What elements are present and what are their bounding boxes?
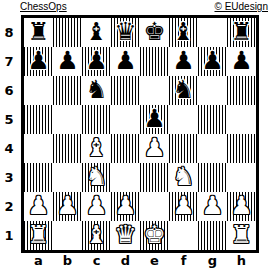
rank-labels: 87654321 — [0, 18, 20, 250]
black-pawn[interactable]: ♟ — [230, 47, 252, 75]
square-h5[interactable] — [227, 105, 256, 134]
square-a3[interactable] — [24, 163, 53, 192]
square-f3[interactable]: ♞ — [169, 163, 198, 192]
square-g6[interactable] — [198, 76, 227, 105]
square-d4[interactable] — [111, 134, 140, 163]
white-pawn[interactable]: ♟ — [143, 134, 165, 162]
square-d6[interactable] — [111, 76, 140, 105]
square-c5[interactable] — [82, 105, 111, 134]
white-bishop[interactable]: ♝ — [85, 221, 107, 249]
square-g5[interactable] — [198, 105, 227, 134]
square-b4[interactable] — [53, 134, 82, 163]
square-e6[interactable] — [140, 76, 169, 105]
white-pawn[interactable]: ♟ — [85, 192, 107, 220]
square-a5[interactable] — [24, 105, 53, 134]
square-a6[interactable] — [24, 76, 53, 105]
white-king[interactable]: ♚ — [143, 221, 165, 249]
white-pawn[interactable]: ♟ — [56, 192, 78, 220]
rank-label-2: 2 — [0, 192, 18, 221]
black-knight[interactable]: ♞ — [172, 76, 194, 104]
black-king[interactable]: ♚ — [143, 18, 165, 46]
square-f1[interactable] — [169, 221, 198, 250]
black-rook[interactable]: ♜ — [230, 18, 252, 46]
square-f7[interactable]: ♟ — [169, 47, 198, 76]
black-knight[interactable]: ♞ — [85, 76, 107, 104]
square-e5[interactable]: ♟ — [140, 105, 169, 134]
black-pawn[interactable]: ♟ — [201, 47, 223, 75]
rank-label-7: 7 — [0, 47, 18, 76]
square-e4[interactable]: ♟ — [140, 134, 169, 163]
square-h6[interactable] — [227, 76, 256, 105]
file-label-b: b — [53, 252, 82, 268]
white-pawn[interactable]: ♟ — [27, 192, 49, 220]
file-label-h: h — [227, 252, 256, 268]
square-h1[interactable]: ♜ — [227, 221, 256, 250]
square-b8[interactable] — [53, 18, 82, 47]
square-h4[interactable] — [227, 134, 256, 163]
square-g1[interactable] — [198, 221, 227, 250]
square-e8[interactable]: ♚ — [140, 18, 169, 47]
rank-label-3: 3 — [0, 163, 18, 192]
file-label-f: f — [169, 252, 198, 268]
square-f4[interactable] — [169, 134, 198, 163]
square-b2[interactable]: ♟ — [53, 192, 82, 221]
file-label-g: g — [198, 252, 227, 268]
black-bishop[interactable]: ♝ — [172, 18, 194, 46]
square-a7[interactable]: ♟ — [24, 47, 53, 76]
black-bishop[interactable]: ♝ — [85, 18, 107, 46]
square-g8[interactable] — [198, 18, 227, 47]
square-c8[interactable]: ♝ — [82, 18, 111, 47]
white-rook[interactable]: ♜ — [27, 221, 49, 249]
square-f2[interactable]: ♟ — [169, 192, 198, 221]
square-f8[interactable]: ♝ — [169, 18, 198, 47]
square-e2[interactable] — [140, 192, 169, 221]
square-c3[interactable]: ♞ — [82, 163, 111, 192]
square-c1[interactable]: ♝ — [82, 221, 111, 250]
white-pawn[interactable]: ♟ — [114, 192, 136, 220]
black-queen[interactable]: ♛ — [114, 18, 136, 46]
square-e1[interactable]: ♚ — [140, 221, 169, 250]
rank-label-1: 1 — [0, 221, 18, 250]
square-a4[interactable] — [24, 134, 53, 163]
file-label-e: e — [140, 252, 169, 268]
white-pawn[interactable]: ♟ — [230, 192, 252, 220]
square-d2[interactable]: ♟ — [111, 192, 140, 221]
black-rook[interactable]: ♜ — [27, 18, 49, 46]
square-b1[interactable] — [53, 221, 82, 250]
black-pawn[interactable]: ♟ — [27, 47, 49, 75]
file-label-c: c — [82, 252, 111, 268]
copyright-label: © EUdesign — [214, 1, 268, 13]
square-a2[interactable]: ♟ — [24, 192, 53, 221]
square-g3[interactable] — [198, 163, 227, 192]
square-h3[interactable] — [227, 163, 256, 192]
black-pawn[interactable]: ♟ — [56, 47, 78, 75]
file-label-d: d — [111, 252, 140, 268]
black-pawn[interactable]: ♟ — [172, 47, 194, 75]
black-pawn[interactable]: ♟ — [85, 47, 107, 75]
black-pawn[interactable]: ♟ — [143, 105, 165, 133]
square-f5[interactable] — [169, 105, 198, 134]
white-pawn[interactable]: ♟ — [172, 192, 194, 220]
square-b3[interactable] — [53, 163, 82, 192]
square-g4[interactable] — [198, 134, 227, 163]
square-h2[interactable]: ♟ — [227, 192, 256, 221]
square-g7[interactable]: ♟ — [198, 47, 227, 76]
rank-label-6: 6 — [0, 76, 18, 105]
rank-label-5: 5 — [0, 105, 18, 134]
square-c2[interactable]: ♟ — [82, 192, 111, 221]
square-d1[interactable]: ♛ — [111, 221, 140, 250]
square-b6[interactable] — [53, 76, 82, 105]
square-d8[interactable]: ♛ — [111, 18, 140, 47]
square-c4[interactable]: ♝ — [82, 134, 111, 163]
square-e7[interactable] — [140, 47, 169, 76]
square-d3[interactable] — [111, 163, 140, 192]
square-h8[interactable]: ♜ — [227, 18, 256, 47]
file-labels: abcdefgh — [24, 252, 256, 268]
square-a1[interactable]: ♜ — [24, 221, 53, 250]
white-queen[interactable]: ♛ — [114, 221, 136, 249]
square-e3[interactable] — [140, 163, 169, 192]
square-d7[interactable]: ♟ — [111, 47, 140, 76]
app-title: ChessOps — [20, 1, 67, 13]
square-b7[interactable]: ♟ — [53, 47, 82, 76]
square-c6[interactable]: ♞ — [82, 76, 111, 105]
white-pawn[interactable]: ♟ — [201, 192, 223, 220]
square-d5[interactable] — [111, 105, 140, 134]
white-knight[interactable]: ♞ — [85, 163, 107, 191]
black-pawn[interactable]: ♟ — [114, 47, 136, 75]
white-rook[interactable]: ♜ — [230, 221, 252, 249]
square-c7[interactable]: ♟ — [82, 47, 111, 76]
square-a8[interactable]: ♜ — [24, 18, 53, 47]
chess-board: ♜♝♛♚♝♜♟♟♟♟♟♟♟♞♞♟♝♟♞♞♟♟♟♟♟♟♟♜♝♛♚♜ — [21, 15, 259, 253]
square-b5[interactable] — [53, 105, 82, 134]
rank-label-4: 4 — [0, 134, 18, 163]
square-f6[interactable]: ♞ — [169, 76, 198, 105]
square-g2[interactable]: ♟ — [198, 192, 227, 221]
rank-label-8: 8 — [0, 18, 18, 47]
white-knight[interactable]: ♞ — [172, 163, 194, 191]
file-label-a: a — [24, 252, 53, 268]
white-bishop[interactable]: ♝ — [85, 134, 107, 162]
square-h7[interactable]: ♟ — [227, 47, 256, 76]
